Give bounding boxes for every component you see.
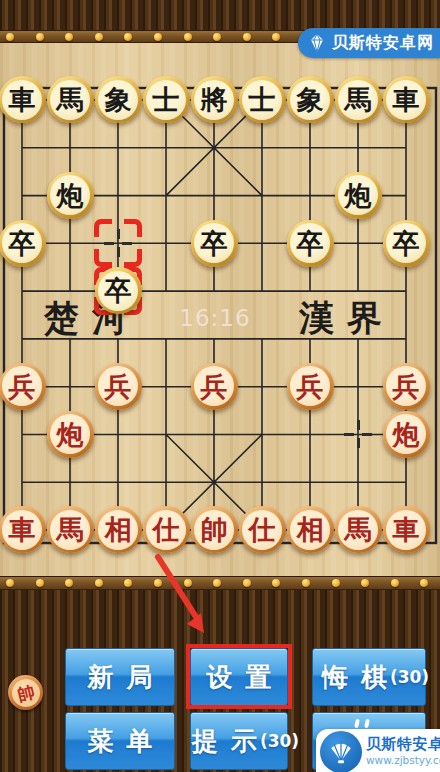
piece-black-elephant[interactable]: 象 — [95, 76, 142, 123]
gold-stud — [332, 579, 340, 587]
piece-glyph: 兵 — [297, 373, 324, 400]
top-wood-frame — [0, 0, 440, 30]
piece-face: 炮 — [386, 414, 426, 454]
piece-glyph: 車 — [393, 86, 420, 113]
piece-face: 炮 — [50, 175, 90, 215]
piece-black-soldier[interactable]: 卒 — [287, 220, 334, 267]
piece-glyph: 車 — [393, 516, 420, 543]
piece-red-chariot[interactable]: 車 — [0, 506, 46, 553]
piece-glyph: 卒 — [9, 230, 36, 257]
piece-glyph: 相 — [297, 516, 324, 543]
piece-face: 相 — [290, 510, 330, 550]
gold-stud — [95, 579, 103, 587]
gold-stud — [65, 579, 73, 587]
piece-face: 卒 — [2, 223, 42, 263]
piece-black-horse[interactable]: 馬 — [47, 76, 94, 123]
piece-red-advisor[interactable]: 仕 — [239, 506, 286, 553]
watermark-bottom-url: www.zjbstyy.com — [366, 754, 440, 766]
piece-glyph: 仕 — [249, 516, 276, 543]
piece-black-advisor[interactable]: 士 — [239, 76, 286, 123]
gold-stud — [243, 33, 251, 41]
selection-from-marker — [94, 219, 142, 267]
piece-red-elephant[interactable]: 相 — [287, 506, 334, 553]
piece-face: 馬 — [338, 510, 378, 550]
piece-glyph: 炮 — [57, 182, 84, 209]
piece-glyph: 仕 — [153, 516, 180, 543]
gold-stud — [184, 579, 192, 587]
piece-red-cannon[interactable]: 炮 — [47, 411, 94, 458]
piece-red-soldier[interactable]: 兵 — [383, 363, 430, 410]
piece-face: 象 — [290, 80, 330, 120]
piece-glyph: 將 — [201, 86, 228, 113]
piece-face: 象 — [98, 80, 138, 120]
piece-glyph: 車 — [9, 86, 36, 113]
button-label: 新局 — [75, 660, 166, 695]
piece-glyph: 象 — [105, 86, 132, 113]
gold-stud — [6, 579, 14, 587]
gold-stud — [302, 579, 310, 587]
piece-red-horse[interactable]: 馬 — [335, 506, 382, 553]
piece-red-chariot[interactable]: 車 — [383, 506, 430, 553]
piece-glyph: 士 — [153, 86, 180, 113]
last-move-crosshair-marker — [334, 410, 382, 458]
gold-stud — [272, 33, 280, 41]
shell-icon — [320, 731, 362, 772]
piece-black-soldier[interactable]: 卒 — [383, 220, 430, 267]
piece-face: 兵 — [290, 366, 330, 406]
gold-stud — [213, 579, 221, 587]
gold-stud — [420, 579, 428, 587]
piece-black-chariot[interactable]: 車 — [0, 76, 46, 123]
button-label: 提示 — [179, 724, 270, 759]
piece-black-advisor[interactable]: 士 — [143, 76, 190, 123]
button-label: 悔棋 — [309, 660, 400, 695]
watermark-bottom-text: 贝斯特安卓网 — [366, 735, 440, 754]
xiangqi-board[interactable]: 車馬象士將士象馬車炮炮卒卒卒卒卒兵兵兵兵兵炮炮車馬相仕帥仕相馬車 — [0, 76, 430, 554]
gold-stud — [154, 579, 162, 587]
piece-black-soldier[interactable]: 卒 — [0, 220, 46, 267]
piece-black-cannon[interactable]: 炮 — [335, 172, 382, 219]
piece-face: 炮 — [50, 414, 90, 454]
piece-glyph: 卒 — [105, 277, 132, 304]
gold-stud — [6, 33, 14, 41]
button-menu[interactable]: 菜单 — [65, 712, 175, 770]
gold-stud — [124, 579, 132, 587]
diamond-icon — [307, 33, 327, 53]
settings-highlight-box — [186, 644, 292, 709]
piece-glyph: 炮 — [393, 421, 420, 448]
piece-glyph: 卒 — [393, 230, 420, 257]
piece-black-soldier[interactable]: 卒 — [95, 267, 142, 314]
gold-stud — [243, 579, 251, 587]
piece-face: 兵 — [194, 366, 234, 406]
piece-glyph: 炮 — [57, 421, 84, 448]
gold-stud — [36, 579, 44, 587]
piece-red-soldier[interactable]: 兵 — [95, 363, 142, 410]
piece-face: 將 — [194, 80, 234, 120]
piece-glyph: 馬 — [57, 516, 84, 543]
piece-face: 仕 — [146, 510, 186, 550]
piece-face: 仕 — [242, 510, 282, 550]
gold-stud — [213, 33, 221, 41]
piece-red-soldier[interactable]: 兵 — [191, 363, 238, 410]
piece-red-advisor[interactable]: 仕 — [143, 506, 190, 553]
covered-button-glyph-fragment — [353, 719, 373, 729]
piece-glyph: 兵 — [105, 373, 132, 400]
red-general-avatar-glyph: 帥 — [9, 676, 43, 710]
piece-face: 卒 — [98, 271, 138, 311]
piece-face: 車 — [2, 80, 42, 120]
button-new-game[interactable]: 新局 — [65, 648, 175, 706]
piece-face: 馬 — [50, 80, 90, 120]
piece-face: 馬 — [338, 80, 378, 120]
piece-face: 兵 — [98, 366, 138, 406]
piece-glyph: 卒 — [201, 230, 228, 257]
piece-red-soldier[interactable]: 兵 — [287, 363, 334, 410]
piece-face: 車 — [386, 510, 426, 550]
piece-glyph: 卒 — [297, 230, 324, 257]
red-general-avatar: 帥 — [8, 675, 43, 710]
gold-stud — [65, 33, 73, 41]
piece-glyph: 炮 — [345, 182, 372, 209]
bottom-stud-row — [0, 576, 440, 590]
gold-stud — [391, 579, 399, 587]
piece-black-general[interactable]: 將 — [191, 76, 238, 123]
piece-face: 士 — [146, 80, 186, 120]
gold-stud — [154, 33, 162, 41]
piece-red-elephant[interactable]: 相 — [95, 506, 142, 553]
piece-black-chariot[interactable]: 車 — [383, 76, 430, 123]
gold-stud — [95, 33, 103, 41]
piece-face: 炮 — [338, 175, 378, 215]
piece-glyph: 象 — [297, 86, 324, 113]
piece-red-soldier[interactable]: 兵 — [0, 363, 46, 410]
button-hint[interactable]: 提示(30) — [190, 712, 288, 770]
piece-glyph: 兵 — [201, 373, 228, 400]
watermark-badge-bottom: 贝斯特安卓网 www.zjbstyy.com — [316, 729, 440, 772]
piece-face: 兵 — [386, 366, 426, 406]
xiangqi-app: 楚河 漢界 16:16 車馬象士將士象馬車炮炮卒卒卒卒卒兵兵兵兵兵炮炮車馬相仕帥… — [0, 0, 440, 772]
piece-face: 車 — [2, 510, 42, 550]
piece-black-soldier[interactable]: 卒 — [191, 220, 238, 267]
watermark-top-text: 贝斯特安卓网 — [332, 33, 434, 54]
piece-red-general[interactable]: 帥 — [191, 506, 238, 553]
piece-black-elephant[interactable]: 象 — [287, 76, 334, 123]
piece-black-horse[interactable]: 馬 — [335, 76, 382, 123]
piece-face: 帥 — [194, 510, 234, 550]
piece-glyph: 馬 — [57, 86, 84, 113]
piece-glyph: 車 — [9, 516, 36, 543]
piece-face: 卒 — [290, 223, 330, 263]
gold-stud — [272, 579, 280, 587]
piece-face: 卒 — [194, 223, 234, 263]
gold-stud — [361, 579, 369, 587]
gold-stud — [184, 33, 192, 41]
piece-face: 車 — [386, 80, 426, 120]
gold-stud — [36, 33, 44, 41]
piece-glyph: 帥 — [201, 516, 228, 543]
piece-glyph: 士 — [249, 86, 276, 113]
piece-face: 兵 — [2, 366, 42, 406]
piece-glyph: 馬 — [345, 86, 372, 113]
piece-glyph: 相 — [105, 516, 132, 543]
piece-face: 相 — [98, 510, 138, 550]
piece-red-horse[interactable]: 馬 — [47, 506, 94, 553]
piece-glyph: 馬 — [345, 516, 372, 543]
gold-stud — [124, 33, 132, 41]
piece-glyph: 兵 — [9, 373, 36, 400]
button-label: 菜单 — [75, 724, 166, 759]
button-count: (30) — [390, 667, 429, 687]
piece-face: 馬 — [50, 510, 90, 550]
piece-face: 卒 — [386, 223, 426, 263]
piece-face: 士 — [242, 80, 282, 120]
piece-red-cannon[interactable]: 炮 — [383, 411, 430, 458]
piece-black-cannon[interactable]: 炮 — [47, 172, 94, 219]
watermark-badge-top: 贝斯特安卓网 — [298, 28, 440, 58]
piece-glyph: 兵 — [393, 373, 420, 400]
button-undo[interactable]: 悔棋(30) — [312, 648, 426, 706]
button-count: (30) — [260, 731, 299, 751]
